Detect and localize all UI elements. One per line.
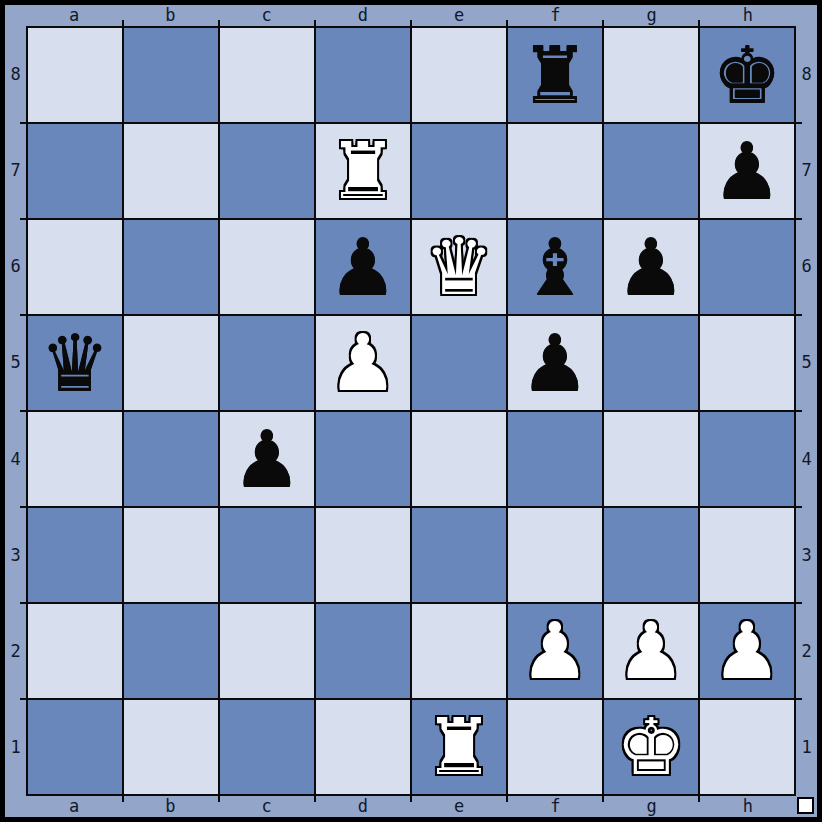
square-g4[interactable] (604, 412, 698, 506)
grid-tick (20, 314, 26, 316)
square-b8[interactable] (124, 28, 218, 122)
grid-tick (602, 796, 604, 802)
file-label-h-bottom: h (700, 796, 796, 817)
rank-label-5-left: 5 (5, 315, 26, 411)
square-d1[interactable] (316, 700, 410, 794)
square-a3[interactable] (28, 508, 122, 602)
file-label-e-top: e (411, 5, 507, 26)
square-e6[interactable]: ♛ (412, 220, 506, 314)
square-a6[interactable] (28, 220, 122, 314)
grid-tick (796, 602, 802, 604)
grid-tick (698, 796, 700, 802)
piece-black-pawn[interactable]: ♟ (712, 132, 782, 210)
square-f5[interactable]: ♟ (508, 316, 602, 410)
square-h1[interactable] (700, 700, 794, 794)
grid-tick (796, 314, 802, 316)
square-g5[interactable] (604, 316, 698, 410)
piece-white-pawn[interactable]: ♟ (616, 612, 686, 690)
file-label-a-bottom: a (26, 796, 122, 817)
rank-label-7-left: 7 (5, 122, 26, 218)
square-b4[interactable] (124, 412, 218, 506)
piece-white-king[interactable]: ♚ (616, 708, 686, 786)
board-frame: abcdefgh abcdefgh 87654321 87654321 ♜♚♜♟… (0, 0, 822, 822)
square-c4[interactable]: ♟ (220, 412, 314, 506)
square-f2[interactable]: ♟ (508, 604, 602, 698)
square-h4[interactable] (700, 412, 794, 506)
grid-tick (506, 20, 508, 26)
square-g3[interactable] (604, 508, 698, 602)
grid-tick (218, 20, 220, 26)
square-a7[interactable] (28, 124, 122, 218)
file-label-g-top: g (604, 5, 700, 26)
piece-black-pawn[interactable]: ♟ (328, 228, 398, 306)
rank-label-2-right: 2 (796, 604, 817, 700)
piece-white-pawn[interactable]: ♟ (328, 324, 398, 402)
square-c2[interactable] (220, 604, 314, 698)
square-c3[interactable] (220, 508, 314, 602)
grid-tick (122, 796, 124, 802)
square-a1[interactable] (28, 700, 122, 794)
piece-black-pawn[interactable]: ♟ (520, 324, 590, 402)
grid-tick (506, 796, 508, 802)
square-b2[interactable] (124, 604, 218, 698)
rank-label-1-right: 1 (796, 700, 817, 796)
square-d7[interactable]: ♜ (316, 124, 410, 218)
grid-tick (602, 20, 604, 26)
square-d2[interactable] (316, 604, 410, 698)
file-label-d-top: d (315, 5, 411, 26)
square-e4[interactable] (412, 412, 506, 506)
piece-black-queen[interactable]: ♛ (40, 324, 110, 402)
square-d8[interactable] (316, 28, 410, 122)
file-label-d-bottom: d (315, 796, 411, 817)
rank-label-2-left: 2 (5, 604, 26, 700)
piece-white-pawn[interactable]: ♟ (520, 612, 590, 690)
rank-label-6-right: 6 (796, 219, 817, 315)
grid-tick (410, 796, 412, 802)
rank-label-3-right: 3 (796, 507, 817, 603)
rank-label-5-right: 5 (796, 315, 817, 411)
grid-tick (20, 218, 26, 220)
grid-tick (20, 698, 26, 700)
square-b7[interactable] (124, 124, 218, 218)
grid-tick (122, 20, 124, 26)
grid-tick (20, 506, 26, 508)
file-label-g-bottom: g (604, 796, 700, 817)
grid-tick (218, 796, 220, 802)
file-label-a-top: a (26, 5, 122, 26)
rank-label-8-right: 8 (796, 26, 817, 122)
square-a4[interactable] (28, 412, 122, 506)
piece-black-king[interactable]: ♚ (712, 36, 782, 114)
grid-tick (698, 20, 700, 26)
file-label-f-top: f (507, 5, 603, 26)
piece-black-pawn[interactable]: ♟ (616, 228, 686, 306)
grid-tick (796, 506, 802, 508)
grid-tick (314, 20, 316, 26)
square-g1[interactable]: ♚ (604, 700, 698, 794)
square-f8[interactable]: ♜ (508, 28, 602, 122)
square-h2[interactable]: ♟ (700, 604, 794, 698)
square-h3[interactable] (700, 508, 794, 602)
square-d5[interactable]: ♟ (316, 316, 410, 410)
square-a2[interactable] (28, 604, 122, 698)
rank-label-8-left: 8 (5, 26, 26, 122)
piece-white-pawn[interactable]: ♟ (712, 612, 782, 690)
rank-label-7-right: 7 (796, 122, 817, 218)
square-b6[interactable] (124, 220, 218, 314)
square-g7[interactable] (604, 124, 698, 218)
square-g8[interactable] (604, 28, 698, 122)
square-h8[interactable]: ♚ (700, 28, 794, 122)
square-d3[interactable] (316, 508, 410, 602)
grid-tick (314, 796, 316, 802)
square-a8[interactable] (28, 28, 122, 122)
square-g2[interactable]: ♟ (604, 604, 698, 698)
square-f1[interactable] (508, 700, 602, 794)
square-e8[interactable] (412, 28, 506, 122)
grid-tick (796, 410, 802, 412)
square-c6[interactable] (220, 220, 314, 314)
grid-tick (796, 218, 802, 220)
grid-tick (796, 122, 802, 124)
chess-board: ♜♚♜♟♟♛♝♟♛♟♟♟♟♟♟♜♚ (26, 26, 796, 796)
grid-tick (20, 602, 26, 604)
square-e3[interactable] (412, 508, 506, 602)
rank-label-6-left: 6 (5, 219, 26, 315)
square-a5[interactable]: ♛ (28, 316, 122, 410)
square-c7[interactable] (220, 124, 314, 218)
file-label-f-bottom: f (507, 796, 603, 817)
file-label-e-bottom: e (411, 796, 507, 817)
file-label-b-top: b (122, 5, 218, 26)
grid-tick (20, 122, 26, 124)
piece-white-rook[interactable]: ♜ (424, 708, 494, 786)
board-margin: abcdefgh abcdefgh 87654321 87654321 ♜♚♜♟… (5, 5, 817, 817)
file-label-b-bottom: b (122, 796, 218, 817)
square-d6[interactable]: ♟ (316, 220, 410, 314)
square-d4[interactable] (316, 412, 410, 506)
rank-label-3-left: 3 (5, 507, 26, 603)
square-c1[interactable] (220, 700, 314, 794)
grid-tick (796, 698, 802, 700)
piece-white-queen[interactable]: ♛ (424, 228, 494, 306)
grid-tick (20, 410, 26, 412)
square-b1[interactable] (124, 700, 218, 794)
piece-black-pawn[interactable]: ♟ (232, 420, 302, 498)
square-e2[interactable] (412, 604, 506, 698)
square-b5[interactable] (124, 316, 218, 410)
rank-label-4-right: 4 (796, 411, 817, 507)
square-h7[interactable]: ♟ (700, 124, 794, 218)
piece-black-bishop[interactable]: ♝ (520, 228, 590, 306)
square-c5[interactable] (220, 316, 314, 410)
square-f6[interactable]: ♝ (508, 220, 602, 314)
piece-white-rook[interactable]: ♜ (328, 132, 398, 210)
piece-black-rook[interactable]: ♜ (520, 36, 590, 114)
square-h6[interactable] (700, 220, 794, 314)
square-h5[interactable] (700, 316, 794, 410)
square-f7[interactable] (508, 124, 602, 218)
rank-label-1-left: 1 (5, 700, 26, 796)
file-label-c-top: c (219, 5, 315, 26)
file-label-c-bottom: c (219, 796, 315, 817)
rank-label-4-left: 4 (5, 411, 26, 507)
square-f3[interactable] (508, 508, 602, 602)
square-e7[interactable] (412, 124, 506, 218)
grid-tick (410, 20, 412, 26)
square-c8[interactable] (220, 28, 314, 122)
file-label-h-top: h (700, 5, 796, 26)
square-f4[interactable] (508, 412, 602, 506)
side-to-move-indicator (797, 797, 814, 814)
square-g6[interactable]: ♟ (604, 220, 698, 314)
square-e1[interactable]: ♜ (412, 700, 506, 794)
square-b3[interactable] (124, 508, 218, 602)
square-e5[interactable] (412, 316, 506, 410)
